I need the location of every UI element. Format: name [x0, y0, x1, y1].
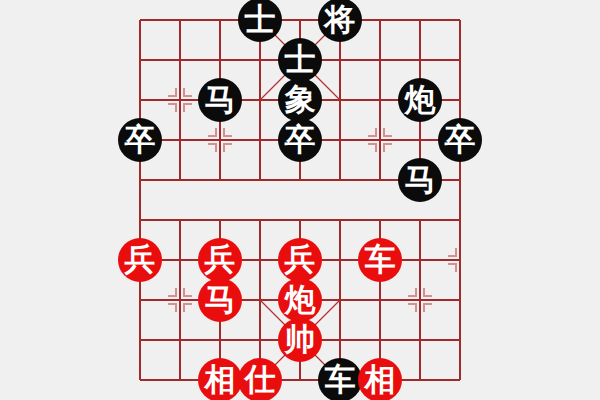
piece-red-cannon[interactable]: 炮 [278, 278, 322, 322]
point-marker [384, 144, 392, 152]
piece-black-general[interactable]: 将 [318, 0, 362, 42]
point-marker [224, 128, 232, 136]
point-marker [184, 104, 192, 112]
point-marker [408, 288, 416, 296]
piece-black-horse[interactable]: 马 [398, 158, 442, 202]
point-marker [368, 128, 376, 136]
point-marker [168, 288, 176, 296]
piece-red-soldier[interactable]: 兵 [118, 238, 162, 282]
point-marker [168, 88, 176, 96]
point-marker [448, 264, 456, 272]
piece-red-chariot[interactable]: 车 [358, 238, 402, 282]
piece-black-elephant[interactable]: 象 [278, 78, 322, 122]
piece-black-advisor[interactable]: 士 [278, 38, 322, 82]
piece-black-soldier[interactable]: 卒 [438, 118, 482, 162]
point-marker [184, 88, 192, 96]
point-marker [424, 288, 432, 296]
point-marker [184, 288, 192, 296]
point-marker [184, 304, 192, 312]
piece-red-advisor[interactable]: 仕 [238, 358, 282, 400]
point-marker [424, 304, 432, 312]
piece-black-cannon[interactable]: 炮 [398, 78, 442, 122]
piece-red-soldier[interactable]: 兵 [278, 238, 322, 282]
point-marker [208, 128, 216, 136]
point-marker [448, 248, 456, 256]
piece-black-soldier[interactable]: 卒 [118, 118, 162, 162]
piece-red-elephant[interactable]: 相 [358, 358, 402, 400]
piece-red-soldier[interactable]: 兵 [198, 238, 242, 282]
piece-black-advisor[interactable]: 士 [238, 0, 282, 42]
point-marker [168, 304, 176, 312]
piece-red-elephant[interactable]: 相 [198, 358, 242, 400]
point-marker [224, 144, 232, 152]
piece-black-chariot[interactable]: 车 [318, 358, 362, 400]
piece-red-horse[interactable]: 马 [198, 278, 242, 322]
point-marker [384, 128, 392, 136]
xiangqi-board: 士将士马象炮卒卒卒马车兵兵兵车马炮帅相仕相 [0, 0, 600, 400]
point-marker [408, 304, 416, 312]
point-marker [168, 104, 176, 112]
piece-black-horse[interactable]: 马 [198, 78, 242, 122]
piece-red-general[interactable]: 帅 [278, 318, 322, 362]
point-marker [208, 144, 216, 152]
point-marker [368, 144, 376, 152]
piece-black-soldier[interactable]: 卒 [278, 118, 322, 162]
